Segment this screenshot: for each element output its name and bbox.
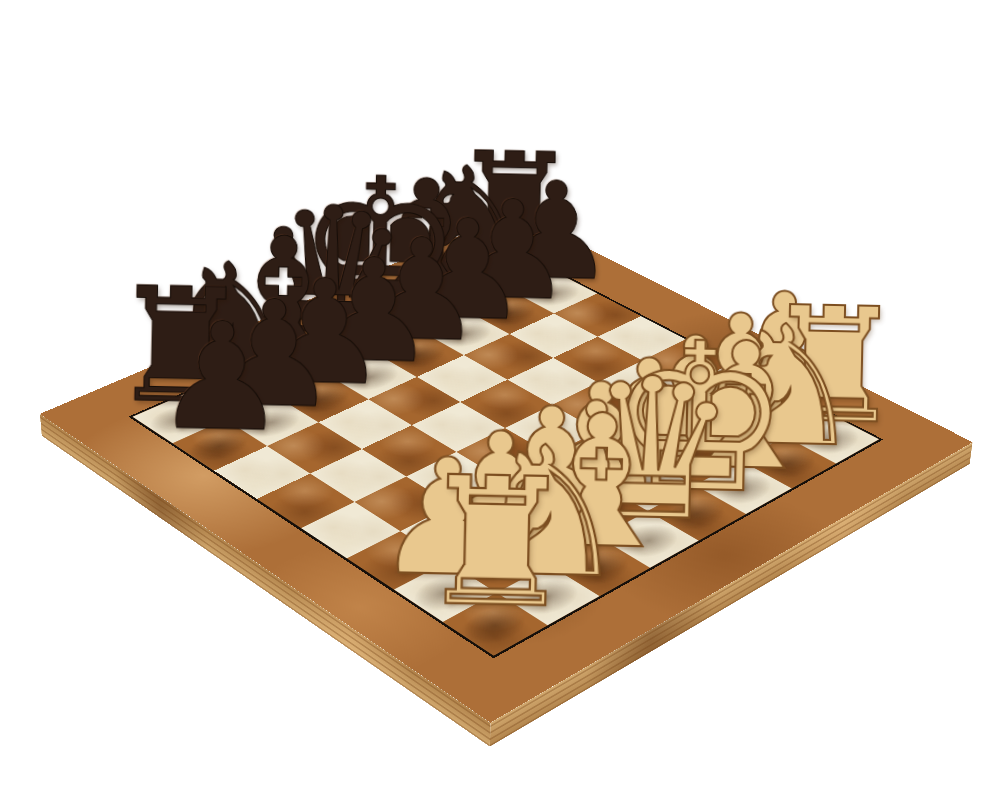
square-a1[interactable]: ♜ bbox=[443, 593, 548, 656]
chess-board-squares: ♜♞♝♛♚♝♞♜♟♟♟♟♟♟♟♟♟♟♟♟♟♟♟♟♜♞♝♛♚♝♞♜ bbox=[128, 249, 883, 659]
chess-set-photo: ♜♞♝♛♚♝♞♜♟♟♟♟♟♟♟♟♟♟♟♟♟♟♟♟♜♞♝♛♚♝♞♜ bbox=[0, 0, 1000, 800]
pawn-glyph: ♟ bbox=[153, 301, 289, 452]
square-a7[interactable]: ♟ bbox=[173, 420, 267, 471]
chess-board: ♜♞♝♛♚♝♞♜♟♟♟♟♟♟♟♟♟♟♟♟♟♟♟♟♜♞♝♛♚♝♞♜ bbox=[40, 212, 973, 723]
rook-glyph: ♜ bbox=[416, 452, 578, 632]
